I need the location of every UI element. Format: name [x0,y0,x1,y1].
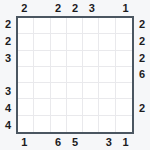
cell-r2c7[interactable] [116,34,132,50]
puzzle-board [16,16,134,134]
cell-r7c2[interactable] [34,116,50,132]
cell-r1c2[interactable] [34,18,50,34]
clue-top-6 [100,0,117,16]
clue-left-1: 2 [0,16,16,33]
cell-r7c7[interactable] [116,116,132,132]
clue-top-2 [33,0,50,16]
clue-left-7: 4 [0,117,16,134]
cell-r1c3[interactable] [51,18,67,34]
clue-bottom-3: 6 [50,134,67,150]
top-clues: 2 2 2 3 1 [16,0,134,16]
cell-r5c3[interactable] [51,83,67,99]
cell-r3c3[interactable] [51,51,67,67]
clue-top-1: 2 [16,0,33,16]
cell-r5c1[interactable] [18,83,34,99]
cell-r3c6[interactable] [99,51,115,67]
cell-r5c4[interactable] [67,83,83,99]
clue-right-5 [134,83,150,100]
left-clues: 2 2 3 3 4 4 [0,16,16,134]
cell-r1c6[interactable] [99,18,115,34]
clue-left-6: 4 [0,100,16,117]
cell-r6c3[interactable] [51,99,67,115]
cell-r6c7[interactable] [116,99,132,115]
cell-r7c5[interactable] [83,116,99,132]
cell-r2c1[interactable] [18,34,34,50]
cell-r7c3[interactable] [51,116,67,132]
clue-top-7: 1 [117,0,134,16]
cell-r1c7[interactable] [116,18,132,34]
cell-r4c1[interactable] [18,67,34,83]
cell-r3c7[interactable] [116,51,132,67]
cell-r6c5[interactable] [83,99,99,115]
clue-right-7 [134,117,150,134]
cell-r4c2[interactable] [34,67,50,83]
cell-r4c7[interactable] [116,67,132,83]
clue-right-6: 2 [134,100,150,117]
cell-r3c5[interactable] [83,51,99,67]
clue-left-3: 3 [0,50,16,67]
right-clues: 2 2 2 6 2 [134,16,150,134]
cell-r6c6[interactable] [99,99,115,115]
clue-bottom-4: 5 [67,134,84,150]
cell-r4c4[interactable] [67,67,83,83]
cell-r6c4[interactable] [67,99,83,115]
clue-left-2: 2 [0,33,16,50]
cell-r1c4[interactable] [67,18,83,34]
cell-r4c6[interactable] [99,67,115,83]
clue-top-5: 3 [83,0,100,16]
clue-top-4: 2 [67,0,84,16]
clue-right-4: 6 [134,67,150,84]
clue-right-1: 2 [134,16,150,33]
cell-r1c5[interactable] [83,18,99,34]
clue-bottom-6: 3 [100,134,117,150]
clue-bottom-1: 1 [16,134,33,150]
cell-r5c5[interactable] [83,83,99,99]
clue-bottom-7: 1 [117,134,134,150]
bottom-clues: 1 6 5 3 1 [16,134,134,150]
cell-r7c4[interactable] [67,116,83,132]
cell-r7c6[interactable] [99,116,115,132]
clue-right-2: 2 [134,33,150,50]
cell-r5c7[interactable] [116,83,132,99]
cell-r3c2[interactable] [34,51,50,67]
cell-r4c3[interactable] [51,67,67,83]
clue-bottom-5 [83,134,100,150]
cell-r5c6[interactable] [99,83,115,99]
cell-r1c1[interactable] [18,18,34,34]
clue-top-3: 2 [50,0,67,16]
skyscrapers-puzzle: 2 2 2 3 1 2 2 3 3 4 4 2 2 2 6 2 1 6 5 3 … [0,0,150,150]
cell-r3c4[interactable] [67,51,83,67]
clue-right-3: 2 [134,50,150,67]
cell-r3c1[interactable] [18,51,34,67]
clue-left-4 [0,67,16,84]
cell-r2c3[interactable] [51,34,67,50]
cell-r2c5[interactable] [83,34,99,50]
cell-r5c2[interactable] [34,83,50,99]
cell-r7c1[interactable] [18,116,34,132]
cell-r6c1[interactable] [18,99,34,115]
cell-r2c6[interactable] [99,34,115,50]
clue-left-5: 3 [0,83,16,100]
clue-bottom-2 [33,134,50,150]
cell-r2c2[interactable] [34,34,50,50]
cell-r2c4[interactable] [67,34,83,50]
cell-r6c2[interactable] [34,99,50,115]
cell-r4c5[interactable] [83,67,99,83]
